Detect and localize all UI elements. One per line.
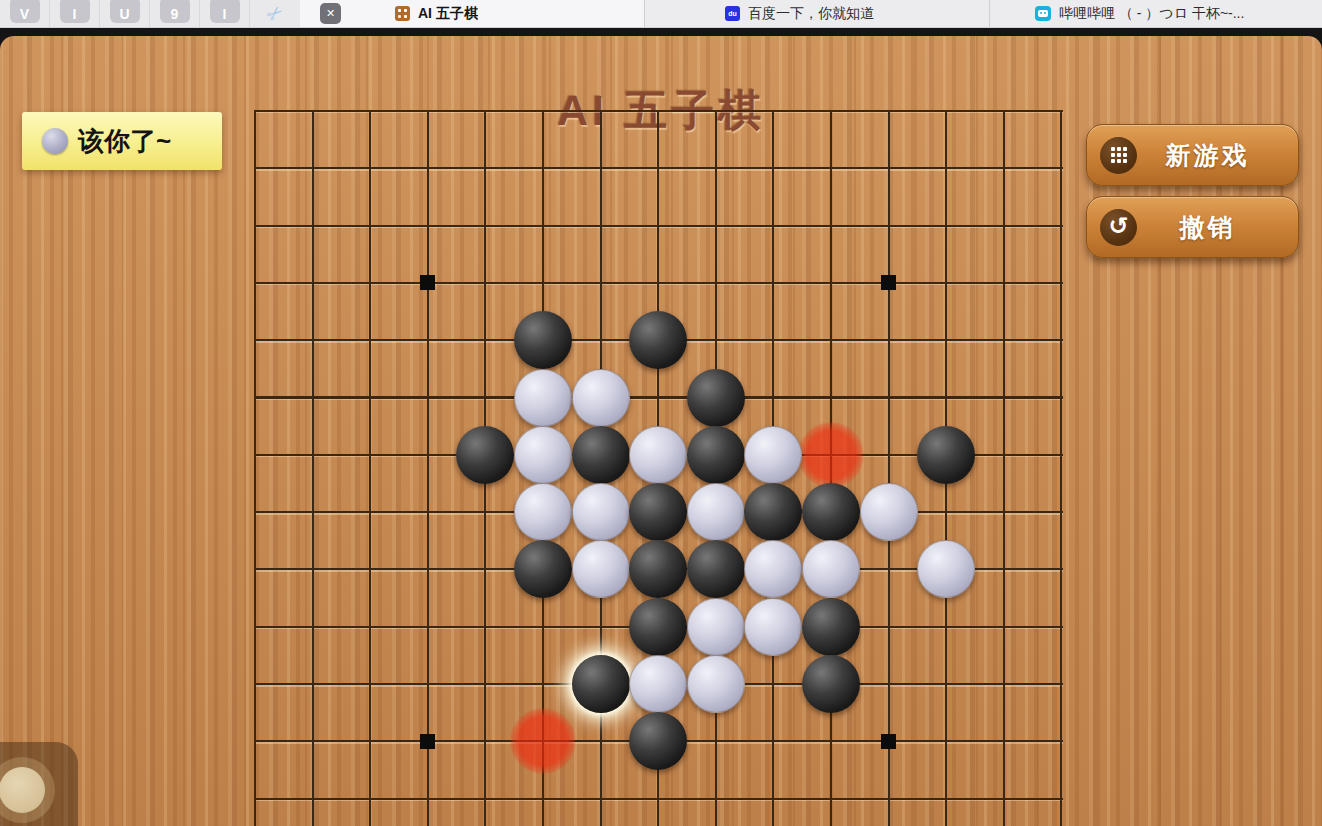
stone-black [687, 540, 745, 598]
stone-white [629, 426, 687, 484]
stone-black [687, 369, 745, 427]
stone-black [917, 426, 975, 484]
stone-black [687, 426, 745, 484]
stone-white [572, 540, 630, 598]
stone-black [514, 540, 572, 598]
stone-black [802, 598, 860, 656]
grid-icon [1100, 137, 1137, 174]
hint-marker [798, 422, 864, 488]
tab-bilibili[interactable]: 哔哩哔哩 （ - ）つロ 干杯~-... [990, 0, 1322, 28]
stone-white [514, 483, 572, 541]
bilibili-favicon [1035, 6, 1051, 21]
new-game-button[interactable]: 新游戏 [1086, 124, 1299, 186]
key-u[interactable]: U [100, 0, 150, 28]
star-point [420, 275, 435, 290]
turn-status-box: 该你了~ [22, 112, 222, 170]
tab-title: 百度一下，你就知道 [748, 5, 874, 23]
stone-white [514, 426, 572, 484]
stone-white [687, 483, 745, 541]
tab-title: 哔哩哔哩 （ - ）つロ 干杯~-... [1059, 5, 1244, 23]
key-i1[interactable]: I [50, 0, 100, 28]
stone-black [629, 540, 687, 598]
baidu-favicon: du [725, 6, 740, 21]
key-i2[interactable]: I [200, 0, 250, 28]
stone-white [572, 369, 630, 427]
tab-title: AI 五子棋 [418, 5, 478, 23]
stone-white [687, 598, 745, 656]
browser-tab-bar: V I U 9 I ✂ ✕ AI 五子棋 du 百度一下，你就知道 哔哩哔哩 （… [0, 0, 1322, 28]
stone-black [629, 598, 687, 656]
tab-baidu[interactable]: du 百度一下，你就知道 [645, 0, 990, 28]
tab-gomoku[interactable]: ✕ AI 五子棋 [300, 0, 645, 28]
stone-white [687, 655, 745, 713]
scissors-cell[interactable]: ✂ [250, 0, 300, 28]
undo-icon: ↺ [1100, 209, 1137, 246]
app-window: AI 五子棋 该你了~ 新游戏 ↺ 撤销 [0, 28, 1322, 826]
stone-white [744, 598, 802, 656]
hint-marker [510, 708, 576, 774]
stone-white [744, 426, 802, 484]
stone-white [917, 540, 975, 598]
turn-status-text: 该你了~ [78, 124, 171, 159]
gomoku-favicon [395, 6, 410, 21]
scissors-icon: ✂ [262, 0, 289, 27]
star-point [881, 734, 896, 749]
star-point [420, 734, 435, 749]
close-icon[interactable]: ✕ [320, 3, 341, 24]
key-v[interactable]: V [0, 0, 50, 28]
undo-button[interactable]: ↺ 撤销 [1086, 196, 1299, 258]
white-stone-icon [42, 128, 68, 154]
stone-black [456, 426, 514, 484]
side-buttons: 新游戏 ↺ 撤销 [1086, 124, 1299, 268]
stone-black [572, 655, 630, 713]
stone-black [629, 483, 687, 541]
wood-background: AI 五子棋 该你了~ 新游戏 ↺ 撤销 [0, 36, 1322, 826]
stone-black [802, 655, 860, 713]
stone-white [572, 483, 630, 541]
stone-black [514, 311, 572, 369]
key-9[interactable]: 9 [150, 0, 200, 28]
star-point [881, 275, 896, 290]
stone-white [514, 369, 572, 427]
stone-white [744, 540, 802, 598]
stone-black [629, 712, 687, 770]
stone-black [802, 483, 860, 541]
stone-white [629, 655, 687, 713]
stone-black [744, 483, 802, 541]
stone-black [572, 426, 630, 484]
stone-black [629, 311, 687, 369]
joystick-knob[interactable] [0, 767, 45, 813]
stone-white [860, 483, 918, 541]
joystick-control[interactable] [0, 742, 78, 826]
gomoku-board[interactable] [254, 110, 1063, 826]
stone-white [802, 540, 860, 598]
